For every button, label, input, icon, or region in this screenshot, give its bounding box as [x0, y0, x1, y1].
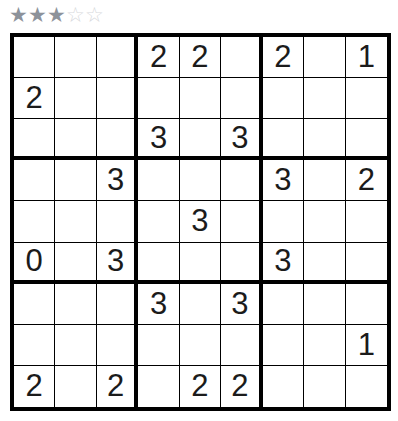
cell-r4c8[interactable]: [304, 160, 345, 201]
cell-r4c9[interactable]: 2: [346, 160, 387, 201]
cell-r8c7[interactable]: [263, 325, 304, 366]
star-empty-icon: ☆: [85, 5, 104, 26]
cell-r8c4[interactable]: [138, 325, 179, 366]
cell-r5c3[interactable]: [97, 201, 138, 242]
cell-r5c2[interactable]: [55, 201, 96, 242]
cell-r3c1[interactable]: [14, 119, 55, 160]
cell-r3c7[interactable]: [263, 119, 304, 160]
cell-r4c3[interactable]: 3: [97, 160, 138, 201]
cell-r7c8[interactable]: [304, 284, 345, 325]
cell-r2c9[interactable]: [346, 78, 387, 119]
cell-r7c2[interactable]: [55, 284, 96, 325]
cell-r6c9[interactable]: [346, 243, 387, 284]
cell-r9c6[interactable]: 2: [221, 366, 262, 407]
cell-r5c6[interactable]: [221, 201, 262, 242]
cell-r4c1[interactable]: [14, 160, 55, 201]
cell-r9c7[interactable]: [263, 366, 304, 407]
cell-r3c5[interactable]: [180, 119, 221, 160]
cell-r7c4[interactable]: 3: [138, 284, 179, 325]
cell-r3c9[interactable]: [346, 119, 387, 160]
cell-r8c1[interactable]: [14, 325, 55, 366]
cell-r5c7[interactable]: [263, 201, 304, 242]
cell-r9c2[interactable]: [55, 366, 96, 407]
cell-r2c8[interactable]: [304, 78, 345, 119]
cell-r2c2[interactable]: [55, 78, 96, 119]
cell-r7c5[interactable]: [180, 284, 221, 325]
cell-r3c2[interactable]: [55, 119, 96, 160]
cell-r1c3[interactable]: [97, 37, 138, 78]
cell-r6c2[interactable]: [55, 243, 96, 284]
cell-r9c8[interactable]: [304, 366, 345, 407]
cell-r7c1[interactable]: [14, 284, 55, 325]
puzzle-board: 222123333230333312222: [10, 33, 391, 411]
cell-r7c6[interactable]: 3: [221, 284, 262, 325]
cell-r9c1[interactable]: 2: [14, 366, 55, 407]
cell-r6c3[interactable]: 3: [97, 243, 138, 284]
cell-r4c2[interactable]: [55, 160, 96, 201]
cell-r3c8[interactable]: [304, 119, 345, 160]
star-filled-icon: ★: [28, 5, 47, 26]
cell-r1c5[interactable]: 2: [180, 37, 221, 78]
cell-r3c6[interactable]: 3: [221, 119, 262, 160]
cell-r8c5[interactable]: [180, 325, 221, 366]
cell-r3c3[interactable]: [97, 119, 138, 160]
cell-r1c1[interactable]: [14, 37, 55, 78]
cell-r8c2[interactable]: [55, 325, 96, 366]
cell-r2c1[interactable]: 2: [14, 78, 55, 119]
cell-r5c9[interactable]: [346, 201, 387, 242]
star-filled-icon: ★: [47, 5, 66, 26]
cell-r1c2[interactable]: [55, 37, 96, 78]
cell-r5c5[interactable]: 3: [180, 201, 221, 242]
cell-r8c9[interactable]: 1: [346, 325, 387, 366]
cell-r8c6[interactable]: [221, 325, 262, 366]
cell-r2c5[interactable]: [180, 78, 221, 119]
cell-r9c5[interactable]: 2: [180, 366, 221, 407]
cell-r9c4[interactable]: [138, 366, 179, 407]
cell-r5c1[interactable]: [14, 201, 55, 242]
cell-r3c4[interactable]: 3: [138, 119, 179, 160]
cell-r8c8[interactable]: [304, 325, 345, 366]
cell-r4c5[interactable]: [180, 160, 221, 201]
cell-r5c8[interactable]: [304, 201, 345, 242]
cell-r7c9[interactable]: [346, 284, 387, 325]
cell-r1c7[interactable]: 2: [263, 37, 304, 78]
cell-r4c4[interactable]: [138, 160, 179, 201]
cell-r6c7[interactable]: 3: [263, 243, 304, 284]
cell-r6c8[interactable]: [304, 243, 345, 284]
cell-r8c3[interactable]: [97, 325, 138, 366]
cell-r7c7[interactable]: [263, 284, 304, 325]
cell-r9c3[interactable]: 2: [97, 366, 138, 407]
star-empty-icon: ☆: [66, 5, 85, 26]
cell-r2c4[interactable]: [138, 78, 179, 119]
cell-r4c7[interactable]: 3: [263, 160, 304, 201]
cell-r2c7[interactable]: [263, 78, 304, 119]
cell-r6c4[interactable]: [138, 243, 179, 284]
cell-r1c8[interactable]: [304, 37, 345, 78]
cell-r6c1[interactable]: 0: [14, 243, 55, 284]
cell-r1c4[interactable]: 2: [138, 37, 179, 78]
cell-r6c5[interactable]: [180, 243, 221, 284]
cell-r6c6[interactable]: [221, 243, 262, 284]
cell-r2c6[interactable]: [221, 78, 262, 119]
cell-r9c9[interactable]: [346, 366, 387, 407]
cell-r4c6[interactable]: [221, 160, 262, 201]
cell-r2c3[interactable]: [97, 78, 138, 119]
star-filled-icon: ★: [9, 5, 28, 26]
cell-r1c6[interactable]: [221, 37, 262, 78]
cell-r7c3[interactable]: [97, 284, 138, 325]
cell-r5c4[interactable]: [138, 201, 179, 242]
cell-r1c9[interactable]: 1: [346, 37, 387, 78]
difficulty-rating: ★★★☆☆: [9, 2, 104, 28]
